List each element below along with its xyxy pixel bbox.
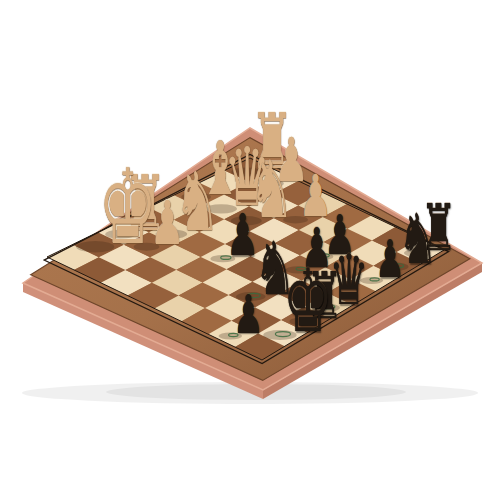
- chessboard: [0, 0, 500, 500]
- board-squares: [47, 158, 444, 360]
- chess-set-photo: ♚♛♜♜♝♞♞♟♟♟♚♛♜♜♞♞♟♟♟♟♟: [0, 0, 500, 500]
